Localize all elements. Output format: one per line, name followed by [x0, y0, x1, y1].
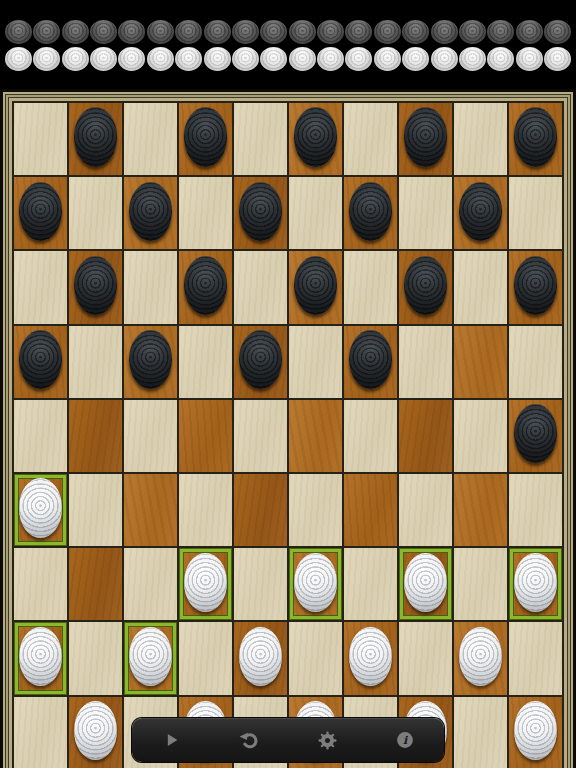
settings-button[interactable] [288, 718, 366, 762]
board-square-r4c7[interactable] [344, 326, 397, 398]
board-square-r1c6[interactable] [289, 103, 342, 175]
checkers-board [12, 101, 564, 768]
board-square-r5c9[interactable] [454, 400, 507, 472]
board-square-r2c4[interactable] [179, 177, 232, 249]
board-square-r3c1[interactable] [14, 251, 67, 323]
tray-white-piece [147, 47, 174, 71]
tray-dark-piece [459, 20, 486, 44]
board-square-r4c1[interactable] [14, 326, 67, 398]
tray-white-piece [516, 47, 543, 71]
white-piece[interactable] [129, 627, 172, 686]
board-square-r9c2[interactable] [69, 697, 122, 768]
board-square-r1c2[interactable] [69, 103, 122, 175]
board-square-r1c3[interactable] [124, 103, 177, 175]
board-square-r3c7[interactable] [344, 251, 397, 323]
white-piece[interactable] [514, 701, 557, 760]
tray-dark-piece [374, 20, 401, 44]
tray-dark-piece [204, 20, 231, 44]
tray-white-piece [345, 47, 372, 71]
gear-icon [316, 729, 339, 752]
tray-dark-piece [487, 20, 514, 44]
black-piece[interactable] [349, 330, 392, 389]
board-square-r4c4[interactable] [179, 326, 232, 398]
black-piece[interactable] [184, 256, 227, 315]
tray-white-piece [402, 47, 429, 71]
tray-white-piece [374, 47, 401, 71]
board-square-r8c10[interactable] [509, 622, 562, 694]
app-screen: i [0, 0, 576, 768]
board-square-r6c9[interactable] [454, 474, 507, 546]
board-square-r5c2[interactable] [69, 400, 122, 472]
black-piece[interactable] [74, 107, 117, 166]
board-frame [0, 89, 576, 768]
black-piece[interactable] [19, 330, 62, 389]
board-square-r6c6[interactable] [289, 474, 342, 546]
tray-dark-piece [33, 20, 60, 44]
tray-white-piece [544, 47, 571, 71]
play-icon [160, 729, 182, 751]
black-piece[interactable] [349, 182, 392, 241]
board-square-r2c1[interactable] [14, 177, 67, 249]
black-piece[interactable] [459, 182, 502, 241]
tray-dark-piece [90, 20, 117, 44]
tray-white-piece [317, 47, 344, 71]
board-square-r2c6[interactable] [289, 177, 342, 249]
board-square-r6c2[interactable] [69, 474, 122, 546]
black-piece[interactable] [19, 182, 62, 241]
board-square-r6c4[interactable] [179, 474, 232, 546]
board-square-r3c6[interactable] [289, 251, 342, 323]
board-square-r3c9[interactable] [454, 251, 507, 323]
white-piece[interactable] [459, 627, 502, 686]
board-square-r7c1[interactable] [14, 548, 67, 620]
board-square-r3c2[interactable] [69, 251, 122, 323]
board-square-r6c3[interactable] [124, 474, 177, 546]
tray-dark-piece [118, 20, 145, 44]
board-square-r1c10[interactable] [509, 103, 562, 175]
board-square-r4c9[interactable] [454, 326, 507, 398]
board-square-r1c8[interactable] [399, 103, 452, 175]
board-square-r7c7[interactable] [344, 548, 397, 620]
board-square-r6c5[interactable] [234, 474, 287, 546]
board-square-r6c7[interactable] [344, 474, 397, 546]
board-square-r7c4[interactable] [179, 548, 232, 620]
board-square-r3c10[interactable] [509, 251, 562, 323]
board-square-r4c6[interactable] [289, 326, 342, 398]
tray-dark-piece [260, 20, 287, 44]
black-piece[interactable] [184, 107, 227, 166]
tray-dark-piece [289, 20, 316, 44]
white-piece[interactable] [19, 478, 62, 537]
board-square-r9c10[interactable] [509, 697, 562, 768]
black-piece[interactable] [129, 330, 172, 389]
board-square-r4c10[interactable] [509, 326, 562, 398]
tray-white-piece [33, 47, 60, 71]
board-square-r7c6[interactable] [289, 548, 342, 620]
board-square-r1c7[interactable] [344, 103, 397, 175]
white-piece[interactable] [184, 553, 227, 612]
board-square-r2c2[interactable] [69, 177, 122, 249]
tray-white-piece [487, 47, 514, 71]
board-square-r2c7[interactable] [344, 177, 397, 249]
white-piece[interactable] [514, 553, 557, 612]
black-piece[interactable] [514, 107, 557, 166]
board-square-r2c8[interactable] [399, 177, 452, 249]
white-piece[interactable] [294, 553, 337, 612]
black-piece[interactable] [74, 256, 117, 315]
black-piece[interactable] [294, 107, 337, 166]
board-square-r8c2[interactable] [69, 622, 122, 694]
board-square-r4c8[interactable] [399, 326, 452, 398]
white-piece[interactable] [74, 701, 117, 760]
tray-dark-piece [431, 20, 458, 44]
board-square-r7c2[interactable] [69, 548, 122, 620]
tray-white-piece [175, 47, 202, 71]
white-pieces-tray [0, 47, 576, 71]
black-piece[interactable] [129, 182, 172, 241]
tray-white-piece [90, 47, 117, 71]
board-square-r7c10[interactable] [509, 548, 562, 620]
board-square-r6c8[interactable] [399, 474, 452, 546]
black-piece[interactable] [404, 256, 447, 315]
white-piece[interactable] [239, 627, 282, 686]
board-square-r5c8[interactable] [399, 400, 452, 472]
board-square-r5c5[interactable] [234, 400, 287, 472]
board-square-r9c1[interactable] [14, 697, 67, 768]
board-square-r6c1[interactable] [14, 474, 67, 546]
black-piece[interactable] [514, 404, 557, 463]
board-square-r7c8[interactable] [399, 548, 452, 620]
tray-white-piece [204, 47, 231, 71]
black-piece[interactable] [404, 107, 447, 166]
board-square-r7c5[interactable] [234, 548, 287, 620]
black-piece[interactable] [294, 256, 337, 315]
undo-button[interactable] [210, 718, 288, 762]
black-piece[interactable] [239, 330, 282, 389]
board-square-r2c9[interactable] [454, 177, 507, 249]
board-square-r3c4[interactable] [179, 251, 232, 323]
board-square-r6c10[interactable] [509, 474, 562, 546]
board-square-r8c4[interactable] [179, 622, 232, 694]
play-button[interactable] [132, 718, 210, 762]
board-square-r7c3[interactable] [124, 548, 177, 620]
board-square-r8c1[interactable] [14, 622, 67, 694]
board-square-r4c5[interactable] [234, 326, 287, 398]
tray-white-piece [5, 47, 32, 71]
board-square-r1c9[interactable] [454, 103, 507, 175]
tray-dark-piece [345, 20, 372, 44]
board-square-r5c6[interactable] [289, 400, 342, 472]
black-pieces-tray [0, 20, 576, 44]
white-piece[interactable] [19, 627, 62, 686]
board-square-r3c3[interactable] [124, 251, 177, 323]
tray-white-piece [459, 47, 486, 71]
board-square-r8c5[interactable] [234, 622, 287, 694]
board-square-r1c5[interactable] [234, 103, 287, 175]
board-square-r3c8[interactable] [399, 251, 452, 323]
board-square-r8c8[interactable] [399, 622, 452, 694]
board-square-r1c4[interactable] [179, 103, 232, 175]
board-square-r5c7[interactable] [344, 400, 397, 472]
tray-dark-piece [232, 20, 259, 44]
info-icon: i [394, 729, 416, 751]
tray-white-piece [260, 47, 287, 71]
board-square-r8c7[interactable] [344, 622, 397, 694]
board-square-r8c6[interactable] [289, 622, 342, 694]
board-square-r5c4[interactable] [179, 400, 232, 472]
board-square-r4c3[interactable] [124, 326, 177, 398]
board-square-r2c5[interactable] [234, 177, 287, 249]
tray-white-piece [118, 47, 145, 71]
tray-dark-piece [402, 20, 429, 44]
tray-dark-piece [544, 20, 571, 44]
board-square-r3c5[interactable] [234, 251, 287, 323]
tray-white-piece [62, 47, 89, 71]
tray-white-piece [431, 47, 458, 71]
tray-dark-piece [5, 20, 32, 44]
board-square-r9c9[interactable] [454, 697, 507, 768]
tray-white-piece [289, 47, 316, 71]
black-piece[interactable] [239, 182, 282, 241]
tray-white-piece [232, 47, 259, 71]
board-square-r8c3[interactable] [124, 622, 177, 694]
info-button[interactable]: i [366, 718, 444, 762]
white-piece[interactable] [404, 553, 447, 612]
board-square-r1c1[interactable] [14, 103, 67, 175]
board-square-r5c10[interactable] [509, 400, 562, 472]
tray-dark-piece [317, 20, 344, 44]
black-piece[interactable] [514, 256, 557, 315]
tray-dark-piece [175, 20, 202, 44]
board-square-r5c3[interactable] [124, 400, 177, 472]
board-square-r4c2[interactable] [69, 326, 122, 398]
board-square-r5c1[interactable] [14, 400, 67, 472]
toolbar: i [132, 718, 444, 762]
tray-dark-piece [62, 20, 89, 44]
board-square-r8c9[interactable] [454, 622, 507, 694]
undo-icon [238, 729, 261, 752]
board-square-r7c9[interactable] [454, 548, 507, 620]
board-square-r2c10[interactable] [509, 177, 562, 249]
board-square-r2c3[interactable] [124, 177, 177, 249]
tray-dark-piece [147, 20, 174, 44]
white-piece[interactable] [349, 627, 392, 686]
tray-dark-piece [516, 20, 543, 44]
